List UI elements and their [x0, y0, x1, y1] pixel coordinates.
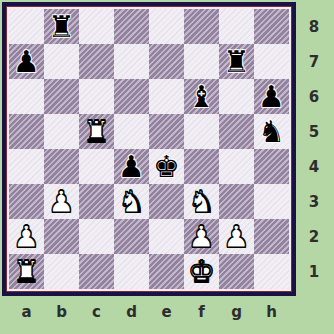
square-h6[interactable]: ♟	[254, 79, 289, 114]
square-d6[interactable]	[114, 79, 149, 114]
square-d8[interactable]	[114, 9, 149, 44]
rank-label-5: 5	[297, 114, 331, 149]
square-h1[interactable]	[254, 254, 289, 289]
file-label-f: f	[184, 297, 219, 327]
square-c5[interactable]: ♜	[79, 114, 114, 149]
square-c6[interactable]	[79, 79, 114, 114]
square-g1[interactable]	[219, 254, 254, 289]
square-g3[interactable]	[219, 184, 254, 219]
rank-label-8: 8	[297, 9, 331, 44]
rank-label-1: 1	[297, 254, 331, 289]
square-h8[interactable]	[254, 9, 289, 44]
square-h7[interactable]	[254, 44, 289, 79]
square-c2[interactable]	[79, 219, 114, 254]
piece-black-rook: ♜	[48, 9, 75, 44]
file-label-a: a	[9, 297, 44, 327]
rank-labels: 87654321	[297, 9, 331, 289]
board-frame: ♜♟♜♝♟♜♞♟♚♟♞♞♟♟♟♜♚	[2, 2, 296, 296]
square-h5[interactable]: ♞	[254, 114, 289, 149]
square-f3[interactable]: ♞	[184, 184, 219, 219]
file-label-b: b	[44, 297, 79, 327]
piece-white-pawn: ♟	[13, 219, 40, 254]
square-e7[interactable]	[149, 44, 184, 79]
piece-white-rook: ♜	[83, 114, 110, 149]
square-e4[interactable]: ♚	[149, 149, 184, 184]
square-g6[interactable]	[219, 79, 254, 114]
square-e6[interactable]	[149, 79, 184, 114]
square-b3[interactable]: ♟	[44, 184, 79, 219]
piece-black-king: ♚	[153, 149, 180, 184]
rank-label-6: 6	[297, 79, 331, 114]
piece-white-knight: ♞	[118, 184, 145, 219]
file-label-h: h	[254, 297, 289, 327]
square-d2[interactable]	[114, 219, 149, 254]
rank-label-4: 4	[297, 149, 331, 184]
file-label-e: e	[149, 297, 184, 327]
square-b6[interactable]	[44, 79, 79, 114]
square-c1[interactable]	[79, 254, 114, 289]
square-a4[interactable]	[9, 149, 44, 184]
piece-white-rook: ♜	[13, 254, 40, 289]
square-b5[interactable]	[44, 114, 79, 149]
piece-white-pawn: ♟	[48, 184, 75, 219]
square-a6[interactable]	[9, 79, 44, 114]
piece-white-pawn: ♟	[188, 219, 215, 254]
piece-black-pawn: ♟	[13, 44, 40, 79]
square-g7[interactable]: ♜	[219, 44, 254, 79]
file-label-g: g	[219, 297, 254, 327]
square-g5[interactable]	[219, 114, 254, 149]
square-a2[interactable]: ♟	[9, 219, 44, 254]
square-c8[interactable]	[79, 9, 114, 44]
rank-label-7: 7	[297, 44, 331, 79]
board-frame-inner-line: ♜♟♜♝♟♜♞♟♚♟♞♞♟♟♟♜♚	[7, 7, 291, 291]
square-g8[interactable]	[219, 9, 254, 44]
rank-label-3: 3	[297, 184, 331, 219]
square-b7[interactable]	[44, 44, 79, 79]
square-d7[interactable]	[114, 44, 149, 79]
square-g2[interactable]: ♟	[219, 219, 254, 254]
piece-black-knight: ♞	[258, 114, 285, 149]
square-a5[interactable]	[9, 114, 44, 149]
square-a7[interactable]: ♟	[9, 44, 44, 79]
square-f6[interactable]: ♝	[184, 79, 219, 114]
square-f8[interactable]	[184, 9, 219, 44]
piece-black-pawn: ♟	[118, 149, 145, 184]
piece-white-knight: ♞	[188, 184, 215, 219]
piece-black-pawn: ♟	[258, 79, 285, 114]
square-f4[interactable]	[184, 149, 219, 184]
piece-white-pawn: ♟	[223, 219, 250, 254]
square-h4[interactable]	[254, 149, 289, 184]
square-b2[interactable]	[44, 219, 79, 254]
square-a1[interactable]: ♜	[9, 254, 44, 289]
file-labels: abcdefgh	[9, 297, 289, 327]
square-f1[interactable]: ♚	[184, 254, 219, 289]
file-label-d: d	[114, 297, 149, 327]
square-f7[interactable]	[184, 44, 219, 79]
square-d5[interactable]	[114, 114, 149, 149]
piece-black-bishop: ♝	[188, 79, 215, 114]
square-e3[interactable]	[149, 184, 184, 219]
square-d1[interactable]	[114, 254, 149, 289]
piece-white-king: ♚	[188, 254, 215, 289]
square-b8[interactable]: ♜	[44, 9, 79, 44]
file-label-c: c	[79, 297, 114, 327]
square-e1[interactable]	[149, 254, 184, 289]
square-c3[interactable]	[79, 184, 114, 219]
square-d3[interactable]: ♞	[114, 184, 149, 219]
square-c4[interactable]	[79, 149, 114, 184]
square-g4[interactable]	[219, 149, 254, 184]
board-frame-maroon-line: ♜♟♜♝♟♜♞♟♚♟♞♞♟♟♟♜♚	[6, 6, 292, 292]
square-a3[interactable]	[9, 184, 44, 219]
square-a8[interactable]	[9, 9, 44, 44]
square-b1[interactable]	[44, 254, 79, 289]
square-e5[interactable]	[149, 114, 184, 149]
rank-label-2: 2	[297, 219, 331, 254]
square-b4[interactable]	[44, 149, 79, 184]
square-f5[interactable]	[184, 114, 219, 149]
square-d4[interactable]: ♟	[114, 149, 149, 184]
square-e8[interactable]	[149, 9, 184, 44]
square-f2[interactable]: ♟	[184, 219, 219, 254]
square-h2[interactable]	[254, 219, 289, 254]
chessboard: ♜♟♜♝♟♜♞♟♚♟♞♞♟♟♟♜♚	[9, 9, 289, 289]
square-c7[interactable]	[79, 44, 114, 79]
square-e2[interactable]	[149, 219, 184, 254]
square-h3[interactable]	[254, 184, 289, 219]
piece-black-rook: ♜	[223, 44, 250, 79]
